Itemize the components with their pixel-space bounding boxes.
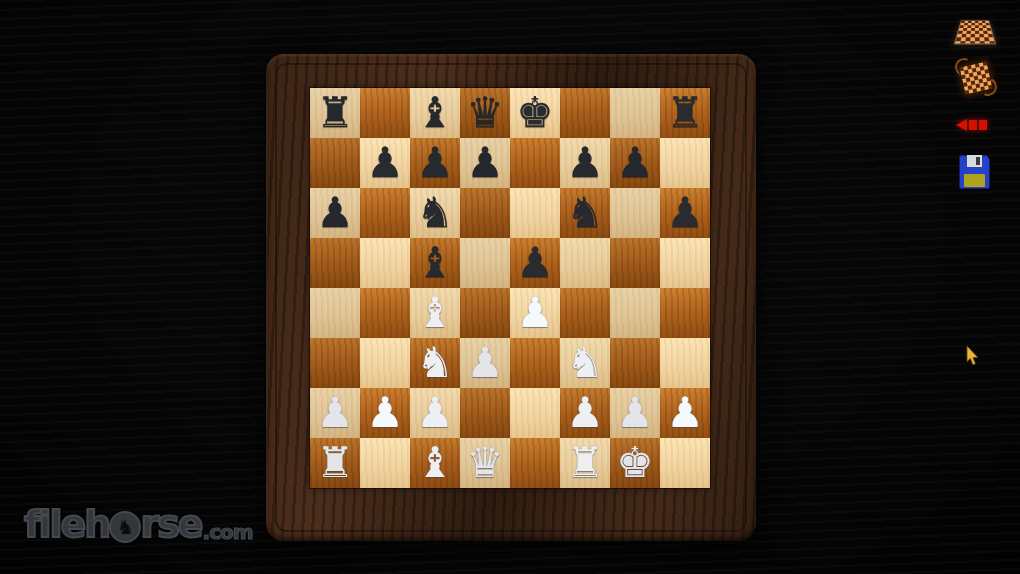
board-2d-icon-face <box>954 20 997 44</box>
square-d6[interactable] <box>460 188 510 238</box>
square-e2[interactable] <box>510 388 560 438</box>
square-c8[interactable]: ♝ <box>410 88 460 138</box>
white-rook-a1[interactable]: ♜ <box>316 438 354 488</box>
white-queen-d1[interactable]: ♛ <box>466 438 504 488</box>
square-b3[interactable] <box>360 338 410 388</box>
square-f2[interactable]: ♟ <box>560 388 610 438</box>
floppy-shutter <box>967 155 982 167</box>
square-a4[interactable] <box>310 288 360 338</box>
chess-board[interactable]: ♜♝♛♚♜♟♟♟♟♟♟♞♞♟♝♟♝♟♞♟♞♟♟♟♟♟♟♜♝♛♜♚ <box>310 88 710 488</box>
white-pawn-h2[interactable]: ♟ <box>666 388 704 438</box>
black-pawn-f7[interactable]: ♟ <box>566 138 604 188</box>
white-pawn-b2[interactable]: ♟ <box>366 388 404 438</box>
white-bishop-c4[interactable]: ♝ <box>416 288 454 338</box>
square-e3[interactable] <box>510 338 560 388</box>
square-e6[interactable] <box>510 188 560 238</box>
watermark-prefix: fileh <box>24 502 109 546</box>
square-f6[interactable]: ♞ <box>560 188 610 238</box>
white-pawn-e4[interactable]: ♟ <box>516 288 554 338</box>
white-pawn-g2[interactable]: ♟ <box>616 388 654 438</box>
black-pawn-e5[interactable]: ♟ <box>516 238 554 288</box>
square-a7[interactable] <box>310 138 360 188</box>
black-rook-a8[interactable]: ♜ <box>316 88 354 138</box>
square-b6[interactable] <box>360 188 410 238</box>
square-e1[interactable] <box>510 438 560 488</box>
square-f4[interactable] <box>560 288 610 338</box>
square-f5[interactable] <box>560 238 610 288</box>
black-knight-f6[interactable]: ♞ <box>566 188 604 238</box>
square-f8[interactable] <box>560 88 610 138</box>
black-pawn-b7[interactable]: ♟ <box>366 138 404 188</box>
black-queen-d8[interactable]: ♛ <box>466 88 504 138</box>
square-b2[interactable]: ♟ <box>360 388 410 438</box>
white-pawn-a2[interactable]: ♟ <box>316 388 354 438</box>
undo-block-icon <box>979 120 987 130</box>
undo-block-icon <box>969 120 977 130</box>
square-d5[interactable] <box>460 238 510 288</box>
square-h6[interactable]: ♟ <box>660 188 710 238</box>
undo-move-icon[interactable] <box>956 118 992 131</box>
filehorse-watermark: fileh ♞ rse .com <box>24 498 253 550</box>
white-rook-f1[interactable]: ♜ <box>566 438 604 488</box>
square-c1[interactable]: ♝ <box>410 438 460 488</box>
square-h4[interactable] <box>660 288 710 338</box>
floppy-label <box>964 174 985 187</box>
square-e5[interactable]: ♟ <box>510 238 560 288</box>
white-knight-c3[interactable]: ♞ <box>416 338 454 388</box>
black-pawn-d7[interactable]: ♟ <box>466 138 504 188</box>
square-b5[interactable] <box>360 238 410 288</box>
square-d3[interactable]: ♟ <box>460 338 510 388</box>
white-pawn-c2[interactable]: ♟ <box>416 388 454 438</box>
rotate-board-icon[interactable] <box>957 59 995 97</box>
square-g2[interactable]: ♟ <box>610 388 660 438</box>
undo-arrow-icon <box>956 119 967 131</box>
square-g3[interactable] <box>610 338 660 388</box>
white-bishop-c1[interactable]: ♝ <box>416 438 454 488</box>
square-g6[interactable] <box>610 188 660 238</box>
watermark-suffix: rse <box>140 502 201 546</box>
watermark-tld: .com <box>203 520 253 544</box>
floppy-slot <box>976 157 980 165</box>
square-h8[interactable]: ♜ <box>660 88 710 138</box>
square-b8[interactable] <box>360 88 410 138</box>
square-a3[interactable] <box>310 338 360 388</box>
square-f7[interactable]: ♟ <box>560 138 610 188</box>
square-c6[interactable]: ♞ <box>410 188 460 238</box>
black-pawn-h6[interactable]: ♟ <box>666 188 704 238</box>
square-d1[interactable]: ♛ <box>460 438 510 488</box>
square-c3[interactable]: ♞ <box>410 338 460 388</box>
square-d2[interactable] <box>460 388 510 438</box>
square-d8[interactable]: ♛ <box>460 88 510 138</box>
app-window: ♜♝♛♚♜♟♟♟♟♟♟♞♞♟♝♟♝♟♞♟♞♟♟♟♟♟♟♜♝♛♜♚ fileh ♞… <box>0 0 1020 574</box>
white-pawn-d3[interactable]: ♟ <box>466 338 504 388</box>
square-g1[interactable]: ♚ <box>610 438 660 488</box>
square-a8[interactable]: ♜ <box>310 88 360 138</box>
board-2d-icon[interactable] <box>956 14 994 42</box>
square-a1[interactable]: ♜ <box>310 438 360 488</box>
black-pawn-a6[interactable]: ♟ <box>316 188 354 238</box>
square-e8[interactable]: ♚ <box>510 88 560 138</box>
horse-head-icon: ♞ <box>111 513 139 541</box>
square-g8[interactable] <box>610 88 660 138</box>
square-h2[interactable]: ♟ <box>660 388 710 438</box>
black-bishop-c5[interactable]: ♝ <box>416 238 454 288</box>
square-h1[interactable] <box>660 438 710 488</box>
square-a2[interactable]: ♟ <box>310 388 360 438</box>
square-e7[interactable] <box>510 138 560 188</box>
square-e4[interactable]: ♟ <box>510 288 560 338</box>
square-h7[interactable] <box>660 138 710 188</box>
square-g7[interactable]: ♟ <box>610 138 660 188</box>
square-d7[interactable]: ♟ <box>460 138 510 188</box>
black-pawn-g7[interactable]: ♟ <box>616 138 654 188</box>
mouse-cursor-icon <box>966 346 980 366</box>
square-d4[interactable] <box>460 288 510 338</box>
square-b7[interactable]: ♟ <box>360 138 410 188</box>
black-knight-c6[interactable]: ♞ <box>416 188 454 238</box>
square-c5[interactable]: ♝ <box>410 238 460 288</box>
square-g4[interactable] <box>610 288 660 338</box>
black-pawn-c7[interactable]: ♟ <box>416 138 454 188</box>
square-b1[interactable] <box>360 438 410 488</box>
square-f1[interactable]: ♜ <box>560 438 610 488</box>
black-bishop-c8[interactable]: ♝ <box>416 88 454 138</box>
square-b4[interactable] <box>360 288 410 338</box>
square-c4[interactable]: ♝ <box>410 288 460 338</box>
square-h3[interactable] <box>660 338 710 388</box>
white-pawn-f2[interactable]: ♟ <box>566 388 604 438</box>
square-h5[interactable] <box>660 238 710 288</box>
square-c7[interactable]: ♟ <box>410 138 460 188</box>
square-c2[interactable]: ♟ <box>410 388 460 438</box>
white-knight-f3[interactable]: ♞ <box>566 338 604 388</box>
save-game-icon[interactable] <box>959 155 990 189</box>
white-king-g1[interactable]: ♚ <box>616 438 654 488</box>
square-a5[interactable] <box>310 238 360 288</box>
black-king-e8[interactable]: ♚ <box>516 88 554 138</box>
square-g5[interactable] <box>610 238 660 288</box>
black-rook-h8[interactable]: ♜ <box>666 88 704 138</box>
square-f3[interactable]: ♞ <box>560 338 610 388</box>
square-a6[interactable]: ♟ <box>310 188 360 238</box>
